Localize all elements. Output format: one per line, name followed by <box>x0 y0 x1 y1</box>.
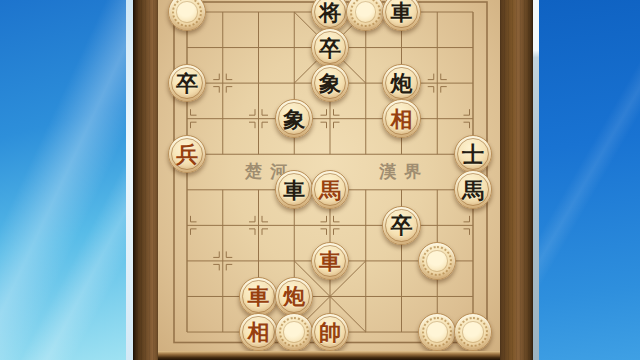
piece-black-horse[interactable]: 馬 <box>454 170 493 209</box>
piece-character: 車 <box>283 179 305 201</box>
table-wood-left <box>133 0 158 360</box>
piece-black-advisor[interactable]: 士 <box>454 135 493 174</box>
piece-hidden[interactable] <box>418 313 457 352</box>
piece-red-cannon[interactable]: 炮 <box>275 277 314 316</box>
piece-character: 車 <box>319 250 341 272</box>
piece-black-soldier[interactable]: 卒 <box>311 28 350 67</box>
desktop-wallpaper-left <box>0 0 126 360</box>
desktop-wallpaper-right <box>539 0 640 360</box>
piece-red-soldier[interactable]: 兵 <box>168 135 207 174</box>
piece-character: 卒 <box>319 37 341 59</box>
piece-hidden[interactable] <box>454 313 493 352</box>
piece-character: 帥 <box>319 321 341 343</box>
piece-black-cannon[interactable]: 炮 <box>382 64 421 103</box>
piece-hidden[interactable] <box>275 313 314 352</box>
piece-red-chariot[interactable]: 車 <box>311 242 350 281</box>
piece-red-elephant[interactable]: 相 <box>382 99 421 138</box>
piece-red-chariot[interactable]: 車 <box>239 277 278 316</box>
piece-character: 兵 <box>176 143 198 165</box>
window-edge-left <box>126 0 133 360</box>
piece-character: 炮 <box>283 285 305 307</box>
piece-character: 象 <box>283 108 305 130</box>
piece-black-elephant[interactable]: 象 <box>275 99 314 138</box>
piece-character: 馬 <box>319 179 341 201</box>
pieces-grid: 将車卒卒象炮象相兵士車馬馬卒車車炮相帥 <box>169 0 491 350</box>
piece-red-general[interactable]: 帥 <box>311 313 350 352</box>
piece-character: 炮 <box>390 72 412 94</box>
piece-black-elephant[interactable]: 象 <box>311 64 350 103</box>
piece-character: 車 <box>247 285 269 307</box>
piece-black-chariot[interactable]: 車 <box>382 0 421 31</box>
piece-character: 相 <box>390 108 412 130</box>
piece-character: 相 <box>247 321 269 343</box>
piece-black-soldier[interactable]: 卒 <box>168 64 207 103</box>
screen: 楚河 漢界 将車卒卒象炮象相兵士車馬馬卒車車炮相帥 <box>0 0 640 360</box>
piece-character: 卒 <box>390 214 412 236</box>
table-wood-right <box>500 0 533 360</box>
piece-character: 将 <box>319 1 341 23</box>
piece-character: 卒 <box>176 72 198 94</box>
piece-black-chariot[interactable]: 車 <box>275 170 314 209</box>
piece-red-horse[interactable]: 馬 <box>311 170 350 209</box>
xiangqi-board[interactable]: 楚河 漢界 将車卒卒象炮象相兵士車馬馬卒車車炮相帥 <box>158 0 500 360</box>
piece-hidden[interactable] <box>168 0 207 31</box>
table-front-edge <box>158 351 500 360</box>
piece-character: 馬 <box>462 179 484 201</box>
piece-character: 車 <box>390 1 412 23</box>
piece-hidden[interactable] <box>346 0 385 31</box>
piece-hidden[interactable] <box>418 242 457 281</box>
piece-character: 象 <box>319 72 341 94</box>
piece-red-elephant[interactable]: 相 <box>239 313 278 352</box>
piece-black-soldier[interactable]: 卒 <box>382 206 421 245</box>
piece-black-general[interactable]: 将 <box>311 0 350 31</box>
piece-character: 士 <box>462 143 484 165</box>
